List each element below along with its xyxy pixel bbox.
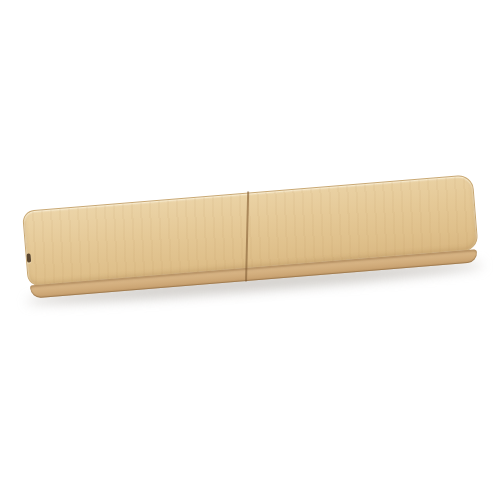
mancala-board: [22, 174, 480, 300]
product-photo-scene: [0, 0, 500, 500]
latch-notch: [26, 253, 31, 262]
